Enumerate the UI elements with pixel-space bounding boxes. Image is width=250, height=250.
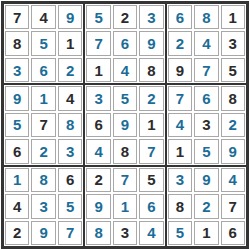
sudoku-cell-r7c9[interactable]: 4 (221, 168, 245, 192)
sudoku-cell-r9c3[interactable]: 7 (58, 221, 82, 245)
solved-digit: 1 (121, 199, 129, 214)
sudoku-cell-r8c4[interactable]: 9 (86, 194, 110, 218)
sudoku-cell-r8c2[interactable]: 3 (31, 194, 55, 218)
sudoku-box-9: 394827516 (166, 166, 247, 247)
sudoku-cell-r4c3[interactable]: 4 (58, 86, 82, 110)
given-digit: 6 (66, 172, 74, 187)
sudoku-cell-r5c8[interactable]: 3 (194, 113, 218, 137)
given-digit: 8 (147, 63, 155, 78)
sudoku-cell-r3c8[interactable]: 7 (194, 58, 218, 82)
sudoku-cell-r8c5[interactable]: 1 (113, 194, 137, 218)
solved-digit: 4 (229, 172, 237, 187)
sudoku-cell-r9c2[interactable]: 9 (31, 221, 55, 245)
solved-digit: 9 (121, 117, 129, 132)
given-digit: 1 (94, 63, 102, 78)
solved-digit: 3 (39, 199, 47, 214)
solved-digit: 3 (147, 10, 155, 25)
sudoku-box-7: 186435297 (3, 166, 84, 247)
given-digit: 3 (229, 36, 237, 51)
solved-digit: 4 (94, 144, 102, 159)
sudoku-box-2: 523769148 (84, 3, 165, 84)
sudoku-cell-r1c7[interactable]: 6 (168, 5, 192, 29)
solved-digit: 2 (39, 144, 47, 159)
solved-digit: 6 (39, 63, 47, 78)
solved-digit: 5 (202, 144, 210, 159)
sudoku-cell-r9c9[interactable]: 6 (221, 221, 245, 245)
solved-digit: 1 (13, 172, 21, 187)
given-digit: 8 (176, 199, 184, 214)
sudoku-cell-r1c2[interactable]: 4 (31, 5, 55, 29)
solved-digit: 4 (202, 36, 210, 51)
solved-digit: 3 (66, 144, 74, 159)
solved-digit: 4 (147, 225, 155, 240)
solved-digit: 3 (176, 172, 184, 187)
sudoku-cell-r4c5[interactable]: 5 (113, 86, 137, 110)
solved-digit: 5 (176, 225, 184, 240)
sudoku-cell-r3c4[interactable]: 1 (86, 58, 110, 82)
sudoku-cell-r2c4[interactable]: 7 (86, 31, 110, 55)
sudoku-cell-r9c6[interactable]: 4 (139, 221, 163, 245)
solved-digit: 7 (176, 91, 184, 106)
sudoku-cell-r7c6[interactable]: 5 (139, 168, 163, 192)
sudoku-cell-r7c5[interactable]: 7 (113, 168, 137, 192)
solved-digit: 6 (121, 36, 129, 51)
sudoku-cell-r7c7[interactable]: 3 (168, 168, 192, 192)
solved-digit: 2 (202, 199, 210, 214)
sudoku-cell-r6c3[interactable]: 3 (58, 139, 82, 163)
solved-digit: 8 (94, 225, 102, 240)
solved-digit: 5 (13, 117, 21, 132)
solved-digit: 9 (202, 172, 210, 187)
solved-digit: 9 (147, 36, 155, 51)
solved-digit: 7 (202, 63, 210, 78)
given-digit: 4 (13, 199, 21, 214)
sudoku-cell-r9c4[interactable]: 8 (86, 221, 110, 245)
solved-digit: 5 (94, 10, 102, 25)
given-digit: 2 (13, 225, 21, 240)
sudoku-cell-r6c6[interactable]: 7 (139, 139, 163, 163)
given-digit: 4 (39, 10, 47, 25)
solved-digit: 7 (147, 144, 155, 159)
sudoku-cell-r4c4[interactable]: 3 (86, 86, 110, 110)
sudoku-cell-r5c3[interactable]: 8 (58, 113, 82, 137)
sudoku-cell-r5c6[interactable]: 1 (139, 113, 163, 137)
solved-digit: 6 (202, 91, 210, 106)
given-digit: 7 (229, 199, 237, 214)
sudoku-cell-r4c1[interactable]: 9 (5, 86, 29, 110)
solved-digit: 5 (121, 91, 129, 106)
sudoku-cell-r4c2[interactable]: 1 (31, 86, 55, 110)
sudoku-cell-r6c9[interactable]: 9 (221, 139, 245, 163)
solved-digit: 8 (202, 10, 210, 25)
given-digit: 1 (229, 10, 237, 25)
solved-digit: 2 (176, 36, 184, 51)
solved-digit: 4 (121, 63, 129, 78)
sudoku-cell-r4c7[interactable]: 7 (168, 86, 192, 110)
solved-digit: 1 (39, 91, 47, 106)
sudoku-cell-r6c4[interactable]: 4 (86, 139, 110, 163)
sudoku-cell-r1c1[interactable]: 7 (5, 5, 29, 29)
sudoku-cell-r3c6[interactable]: 8 (139, 58, 163, 82)
given-digit: 1 (202, 225, 210, 240)
solved-digit: 5 (66, 199, 74, 214)
solved-digit: 9 (13, 91, 21, 106)
sudoku-cell-r5c9[interactable]: 2 (221, 113, 245, 137)
given-digit: 3 (202, 117, 210, 132)
sudoku-cell-r6c1[interactable]: 6 (5, 139, 29, 163)
sudoku-cell-r3c5[interactable]: 4 (113, 58, 137, 82)
sudoku-box-1: 749851362 (3, 3, 84, 84)
given-digit: 9 (176, 63, 184, 78)
given-digit: 3 (121, 225, 129, 240)
sudoku-cell-r8c3[interactable]: 5 (58, 194, 82, 218)
sudoku-cell-r2c3[interactable]: 1 (58, 31, 82, 55)
sudoku-cell-r2c5[interactable]: 6 (113, 31, 137, 55)
solved-digit: 7 (66, 225, 74, 240)
sudoku-cell-r8c9[interactable]: 7 (221, 194, 245, 218)
solved-digit: 3 (94, 91, 102, 106)
solved-digit: 2 (147, 91, 155, 106)
sudoku-cell-r2c1[interactable]: 8 (5, 31, 29, 55)
sudoku-cell-r6c2[interactable]: 2 (31, 139, 55, 163)
given-digit: 2 (94, 172, 102, 187)
sudoku-box-4: 914578623 (3, 84, 84, 165)
solved-digit: 8 (39, 172, 47, 187)
sudoku-cell-r2c8[interactable]: 4 (194, 31, 218, 55)
sudoku-cell-r5c2[interactable]: 7 (31, 113, 55, 137)
sudoku-box-3: 681243975 (166, 3, 247, 84)
sudoku-cell-r1c9[interactable]: 1 (221, 5, 245, 29)
sudoku-cell-r9c5[interactable]: 3 (113, 221, 137, 245)
sudoku-cell-r3c1[interactable]: 3 (5, 58, 29, 82)
given-digit: 1 (66, 36, 74, 51)
sudoku-board: 7498513625237691486812439759145786233526… (1, 1, 249, 249)
sudoku-cell-r2c2[interactable]: 5 (31, 31, 55, 55)
sudoku-cell-r7c2[interactable]: 8 (31, 168, 55, 192)
solved-digit: 2 (229, 117, 237, 132)
solved-digit: 9 (39, 225, 47, 240)
solved-digit: 6 (176, 10, 184, 25)
sudoku-cell-r7c1[interactable]: 1 (5, 168, 29, 192)
given-digit: 8 (121, 144, 129, 159)
solved-digit: 9 (94, 199, 102, 214)
sudoku-cell-r5c4[interactable]: 6 (86, 113, 110, 137)
sudoku-cell-r1c6[interactable]: 3 (139, 5, 163, 29)
sudoku-cell-r6c7[interactable]: 1 (168, 139, 192, 163)
given-digit: 6 (13, 144, 21, 159)
given-digit: 6 (94, 117, 102, 132)
given-digit: 1 (176, 144, 184, 159)
sudoku-cell-r1c8[interactable]: 8 (194, 5, 218, 29)
sudoku-cell-r3c3[interactable]: 2 (58, 58, 82, 82)
sudoku-box-5: 352691487 (84, 84, 165, 165)
sudoku-cell-r6c8[interactable]: 5 (194, 139, 218, 163)
sudoku-cell-r1c5[interactable]: 2 (113, 5, 137, 29)
sudoku-cell-r7c8[interactable]: 9 (194, 168, 218, 192)
sudoku-cell-r8c1[interactable]: 4 (5, 194, 29, 218)
solved-digit: 9 (66, 10, 74, 25)
sudoku-cell-r9c7[interactable]: 5 (168, 221, 192, 245)
sudoku-cell-r3c7[interactable]: 9 (168, 58, 192, 82)
sudoku-cell-r2c9[interactable]: 3 (221, 31, 245, 55)
sudoku-cell-r8c8[interactable]: 2 (194, 194, 218, 218)
sudoku-cell-r5c1[interactable]: 5 (5, 113, 29, 137)
sudoku-cell-r7c4[interactable]: 2 (86, 168, 110, 192)
given-digit: 5 (229, 63, 237, 78)
given-digit: 8 (13, 36, 21, 51)
given-digit: 5 (147, 172, 155, 187)
solved-digit: 7 (94, 36, 102, 51)
solved-digit: 3 (13, 63, 21, 78)
solved-digit: 8 (66, 117, 74, 132)
sudoku-cell-r9c8[interactable]: 1 (194, 221, 218, 245)
solved-digit: 5 (39, 36, 47, 51)
given-digit: 7 (13, 10, 21, 25)
sudoku-cell-r2c7[interactable]: 2 (168, 31, 192, 55)
solved-digit: 6 (147, 199, 155, 214)
sudoku-cell-r8c6[interactable]: 6 (139, 194, 163, 218)
sudoku-cell-r8c7[interactable]: 8 (168, 194, 192, 218)
solved-digit: 4 (176, 117, 184, 132)
given-digit: 6 (229, 225, 237, 240)
sudoku-cell-r6c5[interactable]: 8 (113, 139, 137, 163)
solved-digit: 9 (229, 144, 237, 159)
sudoku-cell-r9c1[interactable]: 2 (5, 221, 29, 245)
sudoku-box-8: 275916834 (84, 166, 165, 247)
sudoku-cell-r3c2[interactable]: 6 (31, 58, 55, 82)
sudoku-cell-r7c3[interactable]: 6 (58, 168, 82, 192)
sudoku-cell-r4c8[interactable]: 6 (194, 86, 218, 110)
sudoku-cell-r4c9[interactable]: 8 (221, 86, 245, 110)
given-digit: 1 (147, 117, 155, 132)
solved-digit: 7 (121, 172, 129, 187)
sudoku-cell-r4c6[interactable]: 2 (139, 86, 163, 110)
sudoku-cell-r3c9[interactable]: 5 (221, 58, 245, 82)
given-digit: 7 (39, 117, 47, 132)
given-digit: 4 (66, 91, 74, 106)
sudoku-cell-r2c6[interactable]: 9 (139, 31, 163, 55)
sudoku-cell-r1c4[interactable]: 5 (86, 5, 110, 29)
sudoku-cell-r5c7[interactable]: 4 (168, 113, 192, 137)
sudoku-box-6: 768432159 (166, 84, 247, 165)
given-digit: 8 (229, 91, 237, 106)
sudoku-cell-r1c3[interactable]: 9 (58, 5, 82, 29)
given-digit: 2 (121, 10, 129, 25)
sudoku-cell-r5c5[interactable]: 9 (113, 113, 137, 137)
solved-digit: 2 (66, 63, 74, 78)
